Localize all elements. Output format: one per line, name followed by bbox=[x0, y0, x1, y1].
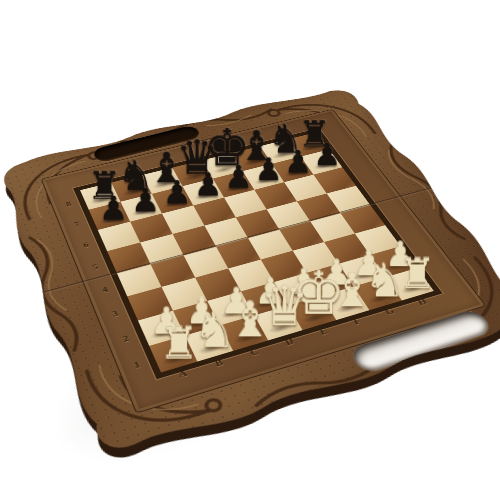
piece-black-pawn: ♟ bbox=[99, 192, 128, 225]
piece-black-pawn: ♟ bbox=[224, 161, 252, 192]
piece-black-pawn: ♟ bbox=[194, 169, 222, 201]
piece-white-knight: ♞ bbox=[193, 307, 236, 355]
piece-black-pawn: ♟ bbox=[163, 176, 192, 208]
piece-white-rook: ♜ bbox=[159, 321, 198, 365]
product-photo-scene: ABCDEFGH 87654321 ♜♞♝♛♚♝♞♜♟♟♟♟♟♟♟♟♟♟♟♟♟♟… bbox=[0, 0, 500, 500]
piece-black-pawn: ♟ bbox=[284, 146, 312, 177]
piece-black-pawn: ♟ bbox=[313, 139, 341, 170]
chess-board: ABCDEFGH 87654321 ♜♞♝♛♚♝♞♜♟♟♟♟♟♟♟♟♟♟♟♟♟♟… bbox=[0, 76, 500, 478]
piece-black-pawn: ♟ bbox=[131, 184, 160, 216]
piece-black-pawn: ♟ bbox=[255, 154, 283, 185]
cell-f4 bbox=[279, 221, 324, 250]
